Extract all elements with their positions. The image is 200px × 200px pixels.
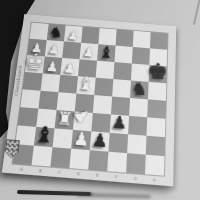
square-a7: ♟	[27, 39, 46, 57]
square-h6: ♚	[149, 65, 167, 83]
square-d7: ♟	[80, 43, 99, 61]
square-c2	[53, 128, 73, 148]
chess-board: Chessboard ♞♟♟♟♟♝♚♟♟♚♝♞♜♟♟♝♟♟ ABCDEFGH	[2, 14, 176, 186]
square-g3	[128, 116, 147, 136]
file-label: H	[145, 176, 164, 184]
white-bishop: ♝	[77, 75, 95, 94]
dark-mark-bottom	[17, 190, 91, 196]
square-f7	[114, 46, 132, 64]
square-b2: ♝	[34, 127, 55, 147]
square-g4	[129, 98, 148, 117]
white-pawn: ♟	[73, 130, 91, 149]
square-c4	[57, 92, 77, 111]
square-a5	[23, 72, 43, 91]
square-e3	[91, 113, 111, 133]
file-label: C	[50, 168, 70, 176]
square-a8	[30, 23, 49, 40]
square-e2: ♟	[90, 131, 110, 151]
square-g6	[131, 64, 149, 82]
square-h5	[148, 82, 166, 101]
white-rook: ♜	[56, 109, 74, 128]
square-a6: ♚	[25, 55, 45, 73]
black-knight: ♞	[131, 80, 148, 99]
file-label: B	[31, 167, 51, 175]
square-c6: ♟	[60, 58, 79, 76]
square-d3: ♟	[73, 111, 93, 131]
square-f8	[116, 29, 134, 46]
chessboard-photo: Chessboard ♞♟♟♟♟♝♚♟♟♚♝♞♜♟♟♝♟♟ ABCDEFGH	[0, 0, 200, 200]
square-g2	[127, 134, 146, 154]
square-e8	[98, 28, 116, 45]
white-pawn: ♟	[45, 59, 59, 74]
square-e1	[88, 150, 108, 171]
square-b6: ♟	[43, 56, 62, 74]
white-pawn: ♟	[48, 43, 61, 57]
square-f3: ♟	[110, 114, 129, 134]
square-f4	[111, 96, 130, 115]
square-b1	[32, 146, 53, 167]
square-f2	[108, 133, 128, 153]
square-b5	[41, 73, 61, 92]
black-bishop: ♝	[98, 44, 114, 61]
square-d4	[75, 94, 95, 113]
square-h4	[147, 99, 166, 118]
square-g8	[133, 31, 151, 49]
square-b8: ♞	[47, 24, 66, 41]
square-a4	[20, 89, 40, 108]
square-h1	[145, 155, 164, 176]
square-e5	[94, 78, 113, 97]
square-g7	[132, 47, 150, 65]
square-c7	[62, 41, 81, 59]
square-c1	[50, 147, 71, 168]
white-pawn: ♟	[63, 61, 77, 76]
file-label: A	[12, 165, 32, 173]
square-c8: ♟	[64, 25, 83, 42]
file-label: D	[69, 170, 89, 178]
file-label: E	[88, 171, 107, 179]
square-d6	[78, 59, 97, 77]
square-c5	[58, 75, 78, 94]
background-edge-line	[192, 0, 200, 25]
square-f6	[113, 62, 132, 80]
square-b7: ♟	[45, 40, 64, 58]
square-e4	[93, 95, 112, 114]
square-f1	[107, 152, 127, 173]
square-e6	[96, 61, 115, 79]
file-label: G	[126, 175, 145, 183]
square-d1	[69, 149, 89, 170]
square-h2	[146, 136, 165, 156]
square-d8	[81, 27, 100, 44]
board-grid: ♞♟♟♟♟♝♚♟♟♚♝♞♜♟♟♝♟♟	[13, 23, 168, 176]
white-pawn: ♟	[30, 42, 43, 55]
white-pawn: ♟	[82, 46, 95, 60]
square-c3: ♜	[55, 110, 75, 130]
square-d5: ♝	[76, 76, 95, 95]
black-knight: ♞	[49, 25, 64, 40]
black-pawn: ♟	[111, 115, 127, 133]
white-pawn: ♟	[67, 29, 79, 42]
square-g5: ♞	[130, 80, 149, 99]
file-label: F	[107, 173, 126, 181]
black-pawn: ♟	[91, 131, 108, 150]
square-a3	[18, 107, 39, 127]
square-h3	[147, 117, 166, 137]
square-f5	[112, 79, 131, 98]
square-g1	[126, 153, 146, 174]
square-h7	[149, 48, 167, 66]
square-d2: ♟	[71, 130, 91, 150]
square-b4	[38, 91, 58, 110]
square-e7: ♝	[97, 44, 116, 62]
square-h8	[150, 32, 168, 50]
square-b3	[36, 109, 56, 129]
